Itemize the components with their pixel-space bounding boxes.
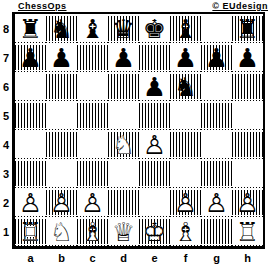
file-labels: abcdefgh bbox=[15, 251, 263, 265]
piece-black-rook: ♜ bbox=[232, 14, 263, 43]
piece-black-bishop: ♝ bbox=[77, 14, 108, 43]
rank-label-1: 1 bbox=[0, 217, 12, 246]
square-c6[interactable] bbox=[77, 72, 108, 101]
square-h7[interactable]: ♟ bbox=[232, 43, 263, 72]
file-label-a: a bbox=[15, 251, 46, 265]
piece-white-knight: ♞♘ bbox=[46, 217, 77, 246]
rank-label-4: 4 bbox=[0, 130, 12, 159]
square-c2[interactable]: ♟♙ bbox=[77, 188, 108, 217]
square-c7[interactable] bbox=[77, 43, 108, 72]
square-g8[interactable] bbox=[201, 14, 232, 43]
square-g5[interactable] bbox=[201, 101, 232, 130]
square-h5[interactable] bbox=[232, 101, 263, 130]
square-e5[interactable] bbox=[139, 101, 170, 130]
square-g7[interactable]: ♟ bbox=[201, 43, 232, 72]
square-d3[interactable] bbox=[108, 159, 139, 188]
square-a3[interactable] bbox=[15, 159, 46, 188]
piece-white-pawn: ♟♙ bbox=[139, 130, 170, 159]
square-f4[interactable] bbox=[170, 130, 201, 159]
square-a6[interactable] bbox=[15, 72, 46, 101]
chessops-diagram: ChessOps © EUdesign 87654321 ♜♞♝♛♚♝♜♟♟♟♟… bbox=[0, 0, 270, 270]
piece-black-knight: ♞ bbox=[170, 72, 201, 101]
piece-black-bishop: ♝ bbox=[170, 14, 201, 43]
rank-label-3: 3 bbox=[0, 159, 12, 188]
piece-white-pawn: ♟♙ bbox=[170, 188, 201, 217]
square-b5[interactable] bbox=[46, 101, 77, 130]
rank-label-2: 2 bbox=[0, 188, 12, 217]
piece-white-knight: ♞♘ bbox=[108, 130, 139, 159]
piece-white-pawn: ♟♙ bbox=[46, 188, 77, 217]
chessops-link[interactable]: ChessOps bbox=[18, 1, 67, 11]
square-f3[interactable] bbox=[170, 159, 201, 188]
piece-white-queen: ♛♕ bbox=[108, 217, 139, 246]
square-f6[interactable]: ♞ bbox=[170, 72, 201, 101]
file-label-c: c bbox=[77, 251, 108, 265]
piece-black-pawn: ♟ bbox=[46, 43, 77, 72]
chess-board: ♜♞♝♛♚♝♜♟♟♟♟♟♟♟♞♞♘♟♙♟♙♟♙♟♙♟♙♟♙♟♙♜♖♞♘♝♗♛♕♚… bbox=[15, 14, 263, 246]
square-c1[interactable]: ♝♗ bbox=[77, 217, 108, 246]
rank-label-5: 5 bbox=[0, 101, 12, 130]
square-h4[interactable] bbox=[232, 130, 263, 159]
piece-white-pawn: ♟♙ bbox=[77, 188, 108, 217]
piece-white-bishop: ♝♗ bbox=[170, 217, 201, 246]
square-a7[interactable]: ♟ bbox=[15, 43, 46, 72]
rank-labels: 87654321 bbox=[0, 14, 12, 246]
square-f7[interactable]: ♟ bbox=[170, 43, 201, 72]
piece-white-rook: ♜♖ bbox=[232, 217, 263, 246]
square-h6[interactable] bbox=[232, 72, 263, 101]
eudesign-credit-link[interactable]: © EUdesign bbox=[212, 1, 268, 11]
piece-black-pawn: ♟ bbox=[15, 43, 46, 72]
square-e6[interactable]: ♟ bbox=[139, 72, 170, 101]
piece-black-pawn: ♟ bbox=[108, 43, 139, 72]
square-e4[interactable]: ♟♙ bbox=[139, 130, 170, 159]
piece-white-king: ♚♔ bbox=[139, 217, 170, 246]
square-f1[interactable]: ♝♗ bbox=[170, 217, 201, 246]
board-frame: ♜♞♝♛♚♝♜♟♟♟♟♟♟♟♞♞♘♟♙♟♙♟♙♟♙♟♙♟♙♟♙♜♖♞♘♝♗♛♕♚… bbox=[12, 12, 265, 249]
square-d1[interactable]: ♛♕ bbox=[108, 217, 139, 246]
piece-black-pawn: ♟ bbox=[232, 43, 263, 72]
square-a2[interactable]: ♟♙ bbox=[15, 188, 46, 217]
square-g6[interactable] bbox=[201, 72, 232, 101]
square-b1[interactable]: ♞♘ bbox=[46, 217, 77, 246]
piece-black-queen: ♛ bbox=[108, 14, 139, 43]
square-b8[interactable]: ♞ bbox=[46, 14, 77, 43]
square-g2[interactable]: ♟♙ bbox=[201, 188, 232, 217]
square-c4[interactable] bbox=[77, 130, 108, 159]
square-h3[interactable] bbox=[232, 159, 263, 188]
square-e7[interactable] bbox=[139, 43, 170, 72]
square-h1[interactable]: ♜♖ bbox=[232, 217, 263, 246]
square-e2[interactable] bbox=[139, 188, 170, 217]
square-b2[interactable]: ♟♙ bbox=[46, 188, 77, 217]
square-d8[interactable]: ♛ bbox=[108, 14, 139, 43]
piece-white-bishop: ♝♗ bbox=[77, 217, 108, 246]
piece-white-pawn: ♟♙ bbox=[201, 188, 232, 217]
square-d2[interactable] bbox=[108, 188, 139, 217]
piece-white-pawn: ♟♙ bbox=[232, 188, 263, 217]
file-label-b: b bbox=[46, 251, 77, 265]
square-e8[interactable]: ♚ bbox=[139, 14, 170, 43]
square-d7[interactable]: ♟ bbox=[108, 43, 139, 72]
square-b3[interactable] bbox=[46, 159, 77, 188]
square-a4[interactable] bbox=[15, 130, 46, 159]
piece-black-pawn: ♟ bbox=[201, 43, 232, 72]
square-f8[interactable]: ♝ bbox=[170, 14, 201, 43]
rank-label-7: 7 bbox=[0, 43, 12, 72]
square-b4[interactable] bbox=[46, 130, 77, 159]
piece-white-pawn: ♟♙ bbox=[15, 188, 46, 217]
piece-white-rook: ♜♖ bbox=[15, 217, 46, 246]
square-c3[interactable] bbox=[77, 159, 108, 188]
square-a8[interactable]: ♜ bbox=[15, 14, 46, 43]
piece-black-pawn: ♟ bbox=[139, 72, 170, 101]
file-label-h: h bbox=[232, 251, 263, 265]
square-e1[interactable]: ♚♔ bbox=[139, 217, 170, 246]
piece-black-pawn: ♟ bbox=[170, 43, 201, 72]
square-a1[interactable]: ♜♖ bbox=[15, 217, 46, 246]
square-h8[interactable]: ♜ bbox=[232, 14, 263, 43]
piece-black-king: ♚ bbox=[139, 14, 170, 43]
square-g4[interactable] bbox=[201, 130, 232, 159]
rank-label-6: 6 bbox=[0, 72, 12, 101]
square-b6[interactable] bbox=[46, 72, 77, 101]
square-d4[interactable]: ♞♘ bbox=[108, 130, 139, 159]
square-g3[interactable] bbox=[201, 159, 232, 188]
piece-black-rook: ♜ bbox=[15, 14, 46, 43]
file-label-g: g bbox=[201, 251, 232, 265]
file-label-f: f bbox=[170, 251, 201, 265]
square-b7[interactable]: ♟ bbox=[46, 43, 77, 72]
piece-black-knight: ♞ bbox=[46, 14, 77, 43]
square-c5[interactable] bbox=[77, 101, 108, 130]
file-label-d: d bbox=[108, 251, 139, 265]
square-d6[interactable] bbox=[108, 72, 139, 101]
file-label-e: e bbox=[139, 251, 170, 265]
square-g1[interactable] bbox=[201, 217, 232, 246]
square-c8[interactable]: ♝ bbox=[77, 14, 108, 43]
square-e3[interactable] bbox=[139, 159, 170, 188]
square-f5[interactable] bbox=[170, 101, 201, 130]
square-d5[interactable] bbox=[108, 101, 139, 130]
square-h2[interactable]: ♟♙ bbox=[232, 188, 263, 217]
square-f2[interactable]: ♟♙ bbox=[170, 188, 201, 217]
square-a5[interactable] bbox=[15, 101, 46, 130]
rank-label-8: 8 bbox=[0, 14, 12, 43]
